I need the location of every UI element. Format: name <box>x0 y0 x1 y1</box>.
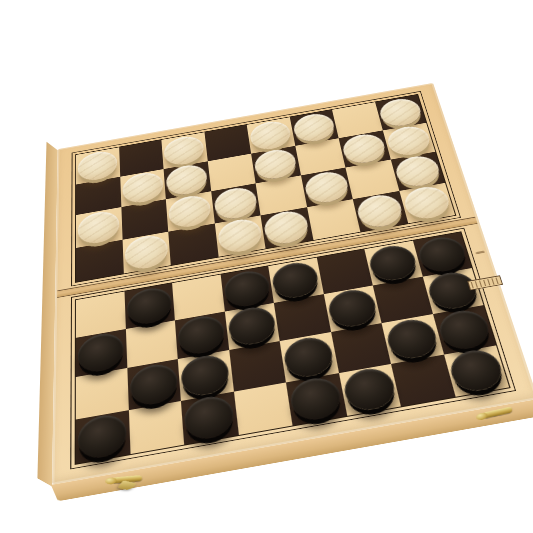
checker-piece-dark[interactable] <box>415 234 469 275</box>
brass-clasp-right <box>483 406 513 418</box>
square-r5c3[interactable] <box>172 275 224 320</box>
square-r7c7[interactable] <box>382 314 444 363</box>
square-r8c5[interactable] <box>286 373 347 426</box>
checker-piece-dark[interactable] <box>78 331 124 376</box>
square-r5c2[interactable] <box>124 283 175 329</box>
clasp-hook <box>117 480 136 490</box>
checker-piece-dark[interactable] <box>289 375 344 424</box>
brass-clasp-left <box>112 475 142 483</box>
square-r7c3[interactable] <box>178 350 234 400</box>
checker-piece-light[interactable] <box>217 217 264 256</box>
product-photo <box>0 0 533 533</box>
wood-knot <box>475 251 485 255</box>
checker-piece-dark[interactable] <box>326 287 379 330</box>
square-r6c1[interactable] <box>76 329 127 377</box>
clasp-knob <box>476 412 488 421</box>
square-r8c1[interactable] <box>76 410 130 464</box>
square-r5c6[interactable] <box>316 249 372 294</box>
square-r5c1[interactable] <box>76 292 125 338</box>
checker-piece-dark[interactable] <box>180 352 231 399</box>
checker-piece-light[interactable] <box>263 209 311 247</box>
square-r6c7[interactable] <box>373 276 433 323</box>
box-left-side <box>37 142 57 487</box>
square-r4c2[interactable] <box>122 231 171 273</box>
checker-piece-dark[interactable] <box>435 307 493 352</box>
maker-stamp <box>467 275 503 290</box>
square-r4c8[interactable] <box>399 183 455 224</box>
square-r4c1[interactable] <box>76 239 123 281</box>
square-r4c7[interactable] <box>353 191 408 232</box>
checker-piece-dark[interactable] <box>126 285 172 327</box>
square-r8c2[interactable] <box>128 401 184 455</box>
square-r7c4[interactable] <box>229 341 286 391</box>
checker-piece-dark[interactable] <box>282 334 335 380</box>
square-r5c8[interactable] <box>412 232 471 276</box>
square-r6c2[interactable] <box>125 320 177 368</box>
checker-piece-dark[interactable] <box>183 393 235 442</box>
checker-piece-dark[interactable] <box>78 412 127 462</box>
checkers-board <box>52 83 533 485</box>
checker-piece-dark[interactable] <box>223 268 272 310</box>
square-r5c7[interactable] <box>364 241 422 285</box>
checker-piece-dark[interactable] <box>367 242 420 283</box>
checker-piece-dark[interactable] <box>446 347 506 395</box>
clasp-knob <box>105 477 117 485</box>
square-r4c5[interactable] <box>260 207 312 249</box>
checker-piece-dark[interactable] <box>271 259 321 300</box>
checker-piece-dark[interactable] <box>341 365 398 413</box>
checker-piece-dark[interactable] <box>227 304 277 348</box>
checker-piece-light[interactable] <box>401 184 452 222</box>
square-r8c3[interactable] <box>181 391 238 444</box>
square-r8c8[interactable] <box>443 345 509 397</box>
board-perspective-wrap <box>0 0 533 533</box>
square-r5c5[interactable] <box>268 258 323 303</box>
square-r4c6[interactable] <box>307 199 361 240</box>
square-r6c3[interactable] <box>175 311 229 359</box>
checker-piece-dark[interactable] <box>129 361 178 408</box>
square-r4c4[interactable] <box>214 215 265 257</box>
square-r6c4[interactable] <box>224 303 279 351</box>
square-r6c5[interactable] <box>274 294 331 341</box>
square-r7c2[interactable] <box>127 359 181 410</box>
checker-piece-dark[interactable] <box>425 269 481 312</box>
square-r8c4[interactable] <box>233 382 292 435</box>
square-r7c8[interactable] <box>432 305 495 354</box>
square-r5c4[interactable] <box>220 266 274 311</box>
square-r7c1[interactable] <box>76 368 129 419</box>
checker-piece-light[interactable] <box>355 192 405 230</box>
checker-piece-dark[interactable] <box>177 313 226 357</box>
checker-piece-light[interactable] <box>124 233 168 272</box>
square-r6c8[interactable] <box>422 268 483 314</box>
square-r4c3[interactable] <box>168 223 218 265</box>
checker-piece-dark[interactable] <box>384 316 440 362</box>
square-r6c6[interactable] <box>323 285 381 332</box>
square-r8c6[interactable] <box>338 363 400 415</box>
square-r7c5[interactable] <box>280 332 339 382</box>
square-r7c6[interactable] <box>331 323 391 373</box>
square-r8c7[interactable] <box>391 354 455 406</box>
